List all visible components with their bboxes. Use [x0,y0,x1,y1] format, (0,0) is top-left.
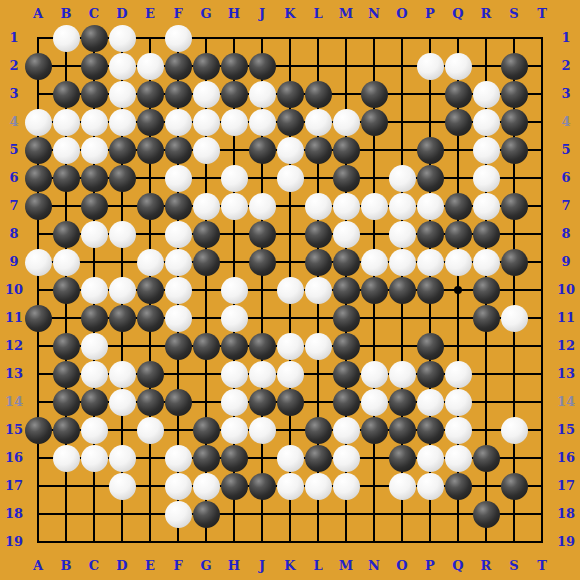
stone-black [445,81,472,108]
stone-black [109,305,136,332]
stone-white [249,81,276,108]
stone-white [473,193,500,220]
stone-black [53,389,80,416]
col-label-bottom-H: H [221,558,247,574]
stone-black [109,165,136,192]
stone-black [333,389,360,416]
stone-black [333,277,360,304]
stone-black [25,53,52,80]
stone-white [445,53,472,80]
stone-black [417,417,444,444]
stone-white [305,473,332,500]
stone-white [221,193,248,220]
stone-white [109,221,136,248]
stone-black [249,221,276,248]
stone-black [417,361,444,388]
row-label-right-18: 18 [553,506,579,522]
stone-white [165,501,192,528]
row-label-left-14: 14 [1,394,27,410]
stone-white [305,277,332,304]
stone-black [137,109,164,136]
row-label-right-11: 11 [553,310,579,326]
stone-black [193,53,220,80]
stone-black [277,109,304,136]
stone-black [249,473,276,500]
stone-white [137,249,164,276]
stone-black [25,193,52,220]
stone-white [473,249,500,276]
col-label-top-R: R [473,6,499,22]
stone-white [81,333,108,360]
stone-white [165,249,192,276]
col-label-top-A: A [25,6,51,22]
stone-black [445,473,472,500]
stone-black [165,389,192,416]
col-label-top-F: F [165,6,191,22]
stone-black [53,221,80,248]
stone-white [361,361,388,388]
stone-black [25,137,52,164]
stone-black [53,81,80,108]
stone-black [501,109,528,136]
stone-white [81,109,108,136]
stone-black [445,109,472,136]
row-label-right-8: 8 [553,226,579,242]
stone-white [193,81,220,108]
stone-white [53,249,80,276]
stone-white [277,361,304,388]
stone-black [249,333,276,360]
stone-white [53,445,80,472]
row-label-right-1: 1 [553,30,579,46]
grid-line-vertical [541,37,543,543]
stone-white [109,81,136,108]
col-label-top-C: C [81,6,107,22]
stone-black [501,473,528,500]
stone-black [305,221,332,248]
stone-white [193,193,220,220]
stone-white [277,445,304,472]
stone-white [361,389,388,416]
col-label-top-G: G [193,6,219,22]
col-label-bottom-K: K [277,558,303,574]
col-label-top-H: H [221,6,247,22]
stone-white [137,53,164,80]
stone-black [501,53,528,80]
col-label-bottom-N: N [361,558,387,574]
stone-black [165,137,192,164]
col-label-bottom-J: J [249,558,275,574]
stone-white [25,109,52,136]
stone-black [389,389,416,416]
stone-white [109,109,136,136]
row-label-right-19: 19 [553,534,579,550]
row-label-left-4: 4 [1,114,27,130]
row-label-right-13: 13 [553,366,579,382]
stone-black [305,417,332,444]
stone-white [417,389,444,416]
row-label-left-16: 16 [1,450,27,466]
stone-white [221,389,248,416]
row-label-left-15: 15 [1,422,27,438]
stone-white [221,165,248,192]
stone-white [53,25,80,52]
stone-black [53,165,80,192]
stone-white [109,277,136,304]
stone-black [277,389,304,416]
stone-black [417,137,444,164]
stone-black [137,389,164,416]
stone-white [249,193,276,220]
stone-white [333,473,360,500]
stone-white [53,137,80,164]
stone-black [389,445,416,472]
col-label-top-M: M [333,6,359,22]
stone-black [277,81,304,108]
stone-black [361,417,388,444]
col-label-bottom-F: F [165,558,191,574]
stone-white [165,165,192,192]
stone-black [501,249,528,276]
stone-black [305,137,332,164]
go-board[interactable]: AABBCCDDEEFFGGHHJJKKLLMMNNOOPPQQRRSSTT11… [0,0,580,580]
stone-white [417,249,444,276]
stone-black [81,25,108,52]
stone-white [277,473,304,500]
stone-white [165,305,192,332]
stone-white [501,305,528,332]
stone-white [417,473,444,500]
stone-white [165,221,192,248]
stone-black [109,137,136,164]
grid-line-horizontal [37,513,543,515]
stone-black [333,165,360,192]
row-label-left-8: 8 [1,226,27,242]
stone-white [445,445,472,472]
col-label-bottom-M: M [333,558,359,574]
stone-white [333,417,360,444]
stone-black [305,445,332,472]
stone-white [249,417,276,444]
stone-white [109,473,136,500]
stone-white [165,25,192,52]
stone-white [361,193,388,220]
stone-white [221,109,248,136]
stone-black [193,417,220,444]
stone-black [25,417,52,444]
row-label-left-12: 12 [1,338,27,354]
stone-white [417,445,444,472]
stone-white [249,109,276,136]
stone-white [305,193,332,220]
row-label-right-14: 14 [553,394,579,410]
row-label-left-6: 6 [1,170,27,186]
col-label-top-S: S [501,6,527,22]
col-label-top-P: P [417,6,443,22]
stone-white [389,361,416,388]
col-label-bottom-G: G [193,558,219,574]
stone-white [389,193,416,220]
row-label-left-11: 11 [1,310,27,326]
stone-black [53,417,80,444]
stone-black [333,137,360,164]
row-label-left-1: 1 [1,30,27,46]
col-label-top-D: D [109,6,135,22]
stone-white [193,109,220,136]
stone-black [501,81,528,108]
row-label-right-6: 6 [553,170,579,186]
stone-black [193,249,220,276]
stone-white [221,305,248,332]
row-label-left-17: 17 [1,478,27,494]
stone-white [249,361,276,388]
stone-black [473,277,500,304]
stone-white [473,109,500,136]
stone-black [165,81,192,108]
row-label-left-13: 13 [1,366,27,382]
stone-black [193,333,220,360]
stone-black [333,249,360,276]
row-label-right-5: 5 [553,142,579,158]
stone-white [221,361,248,388]
stone-white [109,25,136,52]
stone-black [417,277,444,304]
stone-black [249,389,276,416]
stone-black [305,81,332,108]
col-label-bottom-T: T [529,558,555,574]
stone-black [53,361,80,388]
stone-white [333,109,360,136]
stone-white [53,109,80,136]
stone-black [249,137,276,164]
stone-white [165,473,192,500]
stone-white [221,277,248,304]
stone-black [473,221,500,248]
row-label-right-2: 2 [553,58,579,74]
row-label-right-4: 4 [553,114,579,130]
stone-white [109,361,136,388]
stone-white [445,361,472,388]
stone-white [445,249,472,276]
stone-black [193,221,220,248]
stone-white [473,165,500,192]
col-label-top-T: T [529,6,555,22]
row-label-right-3: 3 [553,86,579,102]
stone-white [25,249,52,276]
stone-black [137,81,164,108]
stone-white [137,417,164,444]
row-label-left-3: 3 [1,86,27,102]
col-label-top-Q: Q [445,6,471,22]
stone-black [445,193,472,220]
col-label-top-L: L [305,6,331,22]
stone-black [25,305,52,332]
stone-black [81,305,108,332]
stone-white [277,137,304,164]
row-label-left-7: 7 [1,198,27,214]
stone-black [333,361,360,388]
stone-white [165,277,192,304]
stone-black [417,165,444,192]
stone-white [109,389,136,416]
stone-white [277,277,304,304]
row-label-left-5: 5 [1,142,27,158]
stone-black [81,389,108,416]
stone-black [137,193,164,220]
stone-white [109,53,136,80]
stone-black [473,305,500,332]
stone-black [193,501,220,528]
stone-black [165,193,192,220]
row-label-left-9: 9 [1,254,27,270]
stone-black [445,221,472,248]
stone-black [137,361,164,388]
stone-black [249,249,276,276]
col-label-top-O: O [389,6,415,22]
stone-white [81,137,108,164]
stone-black [81,53,108,80]
stone-black [221,81,248,108]
stone-white [221,417,248,444]
stone-white [305,109,332,136]
col-label-top-J: J [249,6,275,22]
row-label-right-15: 15 [553,422,579,438]
stone-white [333,221,360,248]
stone-black [81,165,108,192]
stone-white [389,473,416,500]
stone-white [501,417,528,444]
col-label-bottom-P: P [417,558,443,574]
col-label-bottom-Q: Q [445,558,471,574]
stone-white [277,165,304,192]
stone-white [305,333,332,360]
stone-black [501,193,528,220]
col-label-bottom-L: L [305,558,331,574]
stone-black [361,277,388,304]
stone-black [137,137,164,164]
col-label-bottom-A: A [25,558,51,574]
row-label-right-9: 9 [553,254,579,270]
col-label-bottom-O: O [389,558,415,574]
row-label-right-10: 10 [553,282,579,298]
stone-black [305,249,332,276]
row-label-left-10: 10 [1,282,27,298]
stone-white [81,445,108,472]
col-label-bottom-E: E [137,558,163,574]
stone-white [81,277,108,304]
row-label-right-12: 12 [553,338,579,354]
stone-white [473,81,500,108]
stone-white [81,361,108,388]
stone-black [473,501,500,528]
stone-black [165,53,192,80]
stone-black [221,473,248,500]
stone-white [333,193,360,220]
stone-white [417,53,444,80]
go-diagram-page: { "game": "go", "board": { "size": 19, "… [0,0,580,580]
row-label-left-18: 18 [1,506,27,522]
stone-black [81,193,108,220]
col-label-top-E: E [137,6,163,22]
col-label-top-B: B [53,6,79,22]
stone-black [137,277,164,304]
stone-white [81,417,108,444]
stone-black [417,333,444,360]
col-label-bottom-S: S [501,558,527,574]
stone-white [473,137,500,164]
stone-black [333,333,360,360]
col-label-bottom-R: R [473,558,499,574]
row-label-left-19: 19 [1,534,27,550]
stone-white [333,445,360,472]
stone-black [165,333,192,360]
stone-white [81,221,108,248]
stone-white [417,193,444,220]
stone-black [361,109,388,136]
stone-white [389,249,416,276]
row-label-right-17: 17 [553,478,579,494]
stone-white [445,389,472,416]
stone-white [389,221,416,248]
stone-black [417,221,444,248]
stone-white [361,249,388,276]
grid-line-horizontal [37,541,543,543]
stone-black [389,277,416,304]
col-label-bottom-B: B [53,558,79,574]
stone-white [165,109,192,136]
stone-black [81,81,108,108]
stone-white [277,333,304,360]
col-label-top-K: K [277,6,303,22]
stone-black [333,305,360,332]
row-label-right-16: 16 [553,450,579,466]
stone-black [389,417,416,444]
col-label-top-N: N [361,6,387,22]
stone-black [473,445,500,472]
stone-black [221,333,248,360]
stone-black [53,277,80,304]
stone-black [137,305,164,332]
stone-white [445,417,472,444]
stone-white [389,165,416,192]
row-label-right-7: 7 [553,198,579,214]
star-point-Q10 [454,286,462,294]
stone-black [53,333,80,360]
row-label-left-2: 2 [1,58,27,74]
stone-black [361,81,388,108]
stone-black [221,445,248,472]
stone-black [221,53,248,80]
stone-white [193,473,220,500]
col-label-bottom-C: C [81,558,107,574]
stone-white [193,137,220,164]
stone-black [249,53,276,80]
stone-black [25,165,52,192]
stone-black [193,445,220,472]
stone-white [109,445,136,472]
stone-white [165,445,192,472]
col-label-bottom-D: D [109,558,135,574]
stone-black [501,137,528,164]
